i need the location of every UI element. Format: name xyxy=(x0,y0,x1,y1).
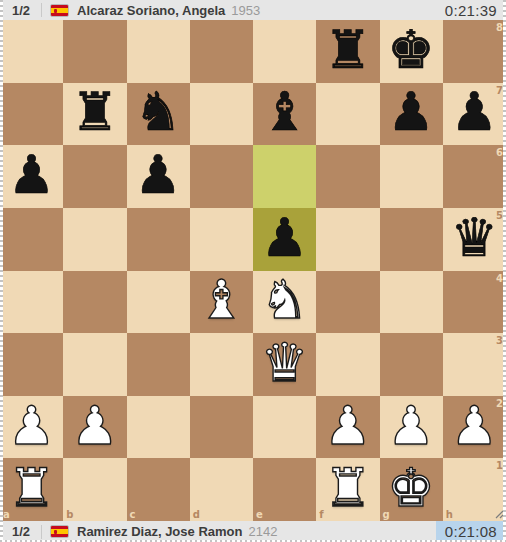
square-h7[interactable]: 7♟ xyxy=(443,83,506,146)
square-f6[interactable] xyxy=(316,145,379,208)
bottom-player-rating: 2142 xyxy=(248,524,277,539)
black-rook[interactable]: ♜ xyxy=(71,85,119,138)
square-h5[interactable]: 5♛ xyxy=(443,208,506,271)
square-a6[interactable]: ♟ xyxy=(0,145,63,208)
white-pawn[interactable]: ♟ xyxy=(8,399,56,452)
square-d7[interactable] xyxy=(190,83,253,146)
board-resize-handle[interactable] xyxy=(493,508,504,519)
square-e3[interactable]: ♛ xyxy=(253,333,316,396)
square-g8[interactable]: ♚ xyxy=(380,20,443,83)
square-f5[interactable] xyxy=(316,208,379,271)
white-bishop[interactable]: ♝ xyxy=(198,273,246,326)
square-c5[interactable] xyxy=(127,208,190,271)
white-rook[interactable]: ♜ xyxy=(324,461,372,514)
square-a3[interactable] xyxy=(0,333,63,396)
bottom-player-clock: 0:21:08 xyxy=(436,521,506,542)
black-queen[interactable]: ♛ xyxy=(451,211,499,264)
black-rook[interactable]: ♜ xyxy=(324,23,372,76)
black-pawn[interactable]: ♟ xyxy=(8,148,56,201)
top-player-name[interactable]: Alcaraz Soriano, Angela xyxy=(77,3,225,18)
square-b5[interactable] xyxy=(63,208,126,271)
white-pawn[interactable]: ♟ xyxy=(324,399,372,452)
square-g5[interactable] xyxy=(380,208,443,271)
square-d5[interactable] xyxy=(190,208,253,271)
square-h6[interactable]: 6 xyxy=(443,145,506,208)
square-f1[interactable]: f♜ xyxy=(316,458,379,521)
chess-broadcast-widget: 1/2 Alcaraz Soriano, Angela 1953 0:21:39… xyxy=(0,0,506,542)
resize-grip-icon xyxy=(493,508,504,519)
white-king[interactable]: ♚ xyxy=(387,461,435,514)
square-g2[interactable]: ♟ xyxy=(380,396,443,459)
square-g1[interactable]: g♚ xyxy=(380,458,443,521)
square-h4[interactable]: 4 xyxy=(443,271,506,334)
white-rook[interactable]: ♜ xyxy=(8,461,56,514)
file-label-c: c xyxy=(130,509,136,520)
top-player-rating: 1953 xyxy=(231,3,260,18)
square-e4[interactable]: ♞ xyxy=(253,271,316,334)
square-a1[interactable]: a♜ xyxy=(0,458,63,521)
rank-label-8: 8 xyxy=(496,22,503,33)
bottom-player-score: 1/2 xyxy=(9,524,33,539)
top-player-clock: 0:21:39 xyxy=(436,0,506,20)
square-f4[interactable] xyxy=(316,271,379,334)
black-pawn[interactable]: ♟ xyxy=(134,148,182,201)
square-e7[interactable]: ♝ xyxy=(253,83,316,146)
square-d2[interactable] xyxy=(190,396,253,459)
square-b8[interactable] xyxy=(63,20,126,83)
square-g7[interactable]: ♟ xyxy=(380,83,443,146)
square-g4[interactable] xyxy=(380,271,443,334)
square-d1[interactable]: d xyxy=(190,458,253,521)
file-label-e: e xyxy=(256,509,263,520)
square-a4[interactable] xyxy=(0,271,63,334)
square-f8[interactable]: ♜ xyxy=(316,20,379,83)
square-c3[interactable] xyxy=(127,333,190,396)
top-player-bar: 1/2 Alcaraz Soriano, Angela 1953 0:21:39 xyxy=(0,0,506,20)
square-e5[interactable]: ♟ xyxy=(253,208,316,271)
square-a8[interactable] xyxy=(0,20,63,83)
file-label-h: h xyxy=(446,509,453,520)
square-b2[interactable]: ♟ xyxy=(63,396,126,459)
separator xyxy=(41,525,42,539)
rank-label-6: 6 xyxy=(496,147,503,158)
black-bishop[interactable]: ♝ xyxy=(261,85,309,138)
bottom-player-bar: 1/2 Ramirez Diaz, Jose Ramon 2142 0:21:0… xyxy=(0,521,506,542)
square-h2[interactable]: 2♟ xyxy=(443,396,506,459)
square-d6[interactable] xyxy=(190,145,253,208)
spain-flag-icon xyxy=(50,4,69,17)
rank-label-4: 4 xyxy=(496,273,503,284)
top-player-score: 1/2 xyxy=(9,3,33,18)
file-label-d: d xyxy=(193,509,200,520)
square-d3[interactable] xyxy=(190,333,253,396)
square-c4[interactable] xyxy=(127,271,190,334)
square-h8[interactable]: 8 xyxy=(443,20,506,83)
bottom-player-name[interactable]: Ramirez Diaz, Jose Ramon xyxy=(77,524,242,539)
black-knight[interactable]: ♞ xyxy=(134,85,182,138)
square-f3[interactable] xyxy=(316,333,379,396)
rank-label-1: 1 xyxy=(496,460,503,471)
square-g6[interactable] xyxy=(380,145,443,208)
chess-board[interactable]: ♜♚8♜♞♝♟7♟♟♟6♟5♛♝♞4♛3♟♟♟♟2♟a♜bcdef♜g♚1h xyxy=(0,20,506,521)
square-b1[interactable]: b xyxy=(63,458,126,521)
file-label-f: f xyxy=(319,509,323,520)
square-c6[interactable]: ♟ xyxy=(127,145,190,208)
square-a5[interactable] xyxy=(0,208,63,271)
rank-label-3: 3 xyxy=(496,335,503,346)
square-c2[interactable] xyxy=(127,396,190,459)
square-e6[interactable] xyxy=(253,145,316,208)
black-king[interactable]: ♚ xyxy=(387,23,435,76)
square-h3[interactable]: 3 xyxy=(443,333,506,396)
square-d8[interactable] xyxy=(190,20,253,83)
square-f2[interactable]: ♟ xyxy=(316,396,379,459)
square-c1[interactable]: c xyxy=(127,458,190,521)
black-pawn[interactable]: ♟ xyxy=(261,211,309,264)
square-b3[interactable] xyxy=(63,333,126,396)
white-pawn[interactable]: ♟ xyxy=(451,399,499,452)
black-pawn[interactable]: ♟ xyxy=(451,85,499,138)
spain-flag-icon xyxy=(50,525,69,538)
square-b4[interactable] xyxy=(63,271,126,334)
white-pawn[interactable]: ♟ xyxy=(71,399,119,452)
square-b6[interactable] xyxy=(63,145,126,208)
square-a7[interactable] xyxy=(0,83,63,146)
white-queen[interactable]: ♛ xyxy=(261,336,309,389)
separator xyxy=(41,3,42,17)
square-e8[interactable] xyxy=(253,20,316,83)
square-b7[interactable]: ♜ xyxy=(63,83,126,146)
square-c7[interactable]: ♞ xyxy=(127,83,190,146)
file-label-b: b xyxy=(66,509,73,520)
white-pawn[interactable]: ♟ xyxy=(387,399,435,452)
square-c8[interactable] xyxy=(127,20,190,83)
square-d4[interactable]: ♝ xyxy=(190,271,253,334)
square-f7[interactable] xyxy=(316,83,379,146)
square-a2[interactable]: ♟ xyxy=(0,396,63,459)
square-e1[interactable]: e xyxy=(253,458,316,521)
square-e2[interactable] xyxy=(253,396,316,459)
white-knight[interactable]: ♞ xyxy=(261,273,309,326)
square-g3[interactable] xyxy=(380,333,443,396)
black-pawn[interactable]: ♟ xyxy=(387,85,435,138)
